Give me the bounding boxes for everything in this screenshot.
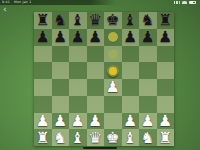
move-hint-e7[interactable]	[108, 32, 118, 42]
piece-white-pawn[interactable]: ♟	[88, 113, 102, 129]
square-h3[interactable]	[157, 96, 175, 113]
square-b5[interactable]	[52, 62, 70, 79]
square-f3[interactable]	[122, 96, 140, 113]
piece-black-pawn[interactable]: ♟	[88, 29, 102, 45]
piece-white-pawn[interactable]: ♟	[141, 113, 155, 129]
square-c7[interactable]: ♟	[69, 29, 87, 46]
square-c3[interactable]	[69, 96, 87, 113]
square-e7[interactable]	[104, 29, 122, 46]
square-b4[interactable]	[52, 79, 70, 96]
piece-black-pawn[interactable]: ♟	[53, 29, 67, 45]
piece-white-pawn[interactable]: ♟	[71, 113, 85, 129]
square-b1[interactable]: ♞	[52, 129, 70, 146]
square-e1[interactable]: ♚	[104, 129, 122, 146]
square-d2[interactable]: ♟	[87, 113, 105, 130]
square-c4[interactable]	[69, 79, 87, 96]
square-d4[interactable]	[87, 79, 105, 96]
square-c1[interactable]: ♝	[69, 129, 87, 146]
square-a1[interactable]: ♜	[34, 129, 52, 146]
chess-app-screen: 9:41 Mon Jan 1 ‹ ♜♞♝♛♚♝♞♜♟♟♟♟♟♟♟♟♟♟♟♟♟♟♟…	[0, 0, 200, 150]
status-date: Mon Jan 1	[14, 1, 32, 4]
square-g3[interactable]	[139, 96, 157, 113]
square-a3[interactable]	[34, 96, 52, 113]
battery-icon	[189, 1, 196, 4]
square-d3[interactable]	[87, 96, 105, 113]
square-g8[interactable]: ♞	[139, 12, 157, 29]
square-a5[interactable]	[34, 62, 52, 79]
square-c8[interactable]: ♝	[69, 12, 87, 29]
piece-black-pawn[interactable]: ♟	[71, 29, 85, 45]
square-g5[interactable]	[139, 62, 157, 79]
square-f6[interactable]	[122, 46, 140, 63]
square-d7[interactable]: ♟	[87, 29, 105, 46]
piece-black-pawn[interactable]: ♟	[158, 29, 172, 45]
piece-black-bishop[interactable]: ♝	[71, 12, 85, 28]
square-a6[interactable]	[34, 46, 52, 63]
square-h6[interactable]	[157, 46, 175, 63]
square-c5[interactable]	[69, 62, 87, 79]
move-hint-e6[interactable]	[108, 49, 118, 59]
square-e8[interactable]: ♚	[104, 12, 122, 29]
piece-black-pawn[interactable]: ♟	[36, 29, 50, 45]
square-f4[interactable]	[122, 79, 140, 96]
chess-board: ♜♞♝♛♚♝♞♜♟♟♟♟♟♟♟♟♟♟♟♟♟♟♟♜♞♝♛♚♝♞♜	[34, 12, 174, 146]
square-f1[interactable]: ♝	[122, 129, 140, 146]
piece-white-pawn[interactable]: ♟	[36, 113, 50, 129]
square-b2[interactable]: ♟	[52, 113, 70, 130]
piece-white-pawn[interactable]: ♟	[106, 79, 120, 95]
piece-black-rook[interactable]: ♜	[158, 12, 172, 28]
square-g2[interactable]: ♟	[139, 113, 157, 130]
piece-white-pawn[interactable]: ♟	[123, 113, 137, 129]
piece-white-bishop[interactable]: ♝	[71, 130, 85, 146]
square-h5[interactable]	[157, 62, 175, 79]
piece-black-pawn[interactable]: ♟	[123, 29, 137, 45]
square-h4[interactable]	[157, 79, 175, 96]
square-d1[interactable]: ♛	[87, 129, 105, 146]
piece-white-knight[interactable]: ♞	[141, 130, 155, 146]
square-a8[interactable]: ♜	[34, 12, 52, 29]
piece-white-pawn[interactable]: ♟	[158, 113, 172, 129]
piece-black-rook[interactable]: ♜	[36, 12, 50, 28]
piece-white-queen[interactable]: ♛	[88, 130, 102, 146]
square-f8[interactable]: ♝	[122, 12, 140, 29]
square-e6[interactable]	[104, 46, 122, 63]
status-icons	[174, 1, 196, 4]
square-f2[interactable]: ♟	[122, 113, 140, 130]
square-a7[interactable]: ♟	[34, 29, 52, 46]
back-button[interactable]: ‹	[3, 5, 7, 14]
piece-white-rook[interactable]: ♜	[158, 130, 172, 146]
square-a4[interactable]	[34, 79, 52, 96]
piece-black-king[interactable]: ♚	[106, 12, 120, 28]
square-f5[interactable]	[122, 62, 140, 79]
piece-white-knight[interactable]: ♞	[53, 130, 67, 146]
square-b8[interactable]: ♞	[52, 12, 70, 29]
piece-black-knight[interactable]: ♞	[141, 12, 155, 28]
square-e4[interactable]: ♟	[104, 79, 122, 96]
piece-black-queen[interactable]: ♛	[88, 12, 102, 28]
square-a2[interactable]: ♟	[34, 113, 52, 130]
piece-black-bishop[interactable]: ♝	[123, 12, 137, 28]
piece-white-rook[interactable]: ♜	[36, 130, 50, 146]
signal-icon	[174, 1, 180, 4]
square-g4[interactable]	[139, 79, 157, 96]
square-h1[interactable]: ♜	[157, 129, 175, 146]
square-b7[interactable]: ♟	[52, 29, 70, 46]
piece-white-king[interactable]: ♚	[106, 130, 120, 146]
square-d5[interactable]	[87, 62, 105, 79]
home-indicator[interactable]	[83, 147, 117, 149]
piece-white-bishop[interactable]: ♝	[123, 130, 137, 146]
square-d8[interactable]: ♛	[87, 12, 105, 29]
square-g6[interactable]	[139, 46, 157, 63]
square-d6[interactable]	[87, 46, 105, 63]
square-e5[interactable]	[104, 62, 122, 79]
square-e3[interactable]	[104, 96, 122, 113]
square-h2[interactable]: ♟	[157, 113, 175, 130]
square-f7[interactable]: ♟	[122, 29, 140, 46]
square-c2[interactable]: ♟	[69, 113, 87, 130]
move-hint-e5[interactable]	[107, 65, 118, 76]
square-b3[interactable]	[52, 96, 70, 113]
square-b6[interactable]	[52, 46, 70, 63]
square-g7[interactable]: ♟	[139, 29, 157, 46]
square-g1[interactable]: ♞	[139, 129, 157, 146]
piece-black-pawn[interactable]: ♟	[141, 29, 155, 45]
square-h7[interactable]: ♟	[157, 29, 175, 46]
square-h8[interactable]: ♜	[157, 12, 175, 29]
piece-black-knight[interactable]: ♞	[53, 12, 67, 28]
status-bar: 9:41 Mon Jan 1	[0, 0, 116, 5]
square-c6[interactable]	[69, 46, 87, 63]
square-e2[interactable]	[104, 113, 122, 130]
piece-white-pawn[interactable]: ♟	[53, 113, 67, 129]
wifi-icon	[182, 1, 187, 4]
